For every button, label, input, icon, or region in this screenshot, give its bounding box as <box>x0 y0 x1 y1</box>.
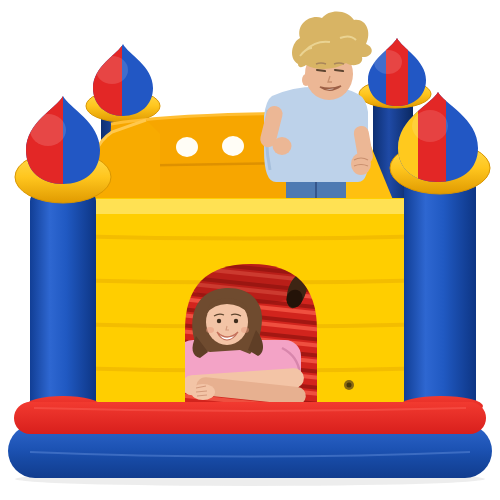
front-wall-top-roll <box>60 199 440 214</box>
dome-highlight <box>374 50 402 74</box>
girl-cheek <box>206 327 214 333</box>
bounce-castle-illustration <box>0 0 500 500</box>
air-valve-center <box>347 383 352 388</box>
girl-eye <box>234 319 238 323</box>
front-right-tower-column <box>404 170 476 428</box>
back-right-tower-dome <box>368 38 426 106</box>
back-wall-hole <box>176 137 198 157</box>
girl-eye <box>217 319 221 323</box>
boy-hair <box>292 11 372 69</box>
front-right-tower <box>390 92 490 428</box>
product-photo-stage <box>0 0 500 500</box>
back-wall-hole <box>222 136 244 156</box>
dome-highlight <box>30 114 66 146</box>
girl-cheek <box>241 327 249 333</box>
trim-band <box>14 402 486 434</box>
boy <box>259 11 375 202</box>
boy-right-hand <box>273 137 292 155</box>
back-left-tower-dome <box>93 44 153 116</box>
dome-highlight <box>412 110 448 142</box>
dome-highlight <box>96 56 128 84</box>
